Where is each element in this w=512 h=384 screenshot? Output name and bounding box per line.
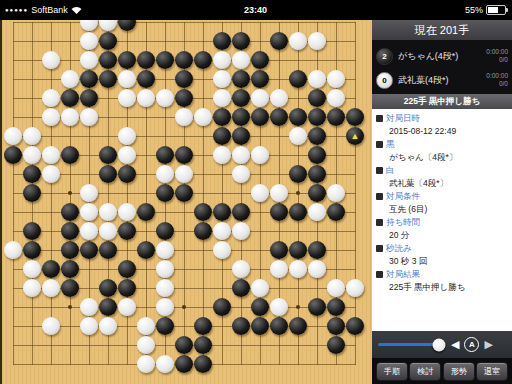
result-bar: 225手 黒中押し勝ち	[372, 94, 512, 109]
detail-row: 白武礼葉〔4段*〕	[376, 164, 512, 190]
detail-value: 互先 (6目)	[389, 203, 512, 216]
black-stone	[175, 336, 193, 354]
detail-label: 対局日時	[386, 113, 420, 125]
black-stone	[232, 127, 250, 145]
detail-value: 2015-08-12 22:49	[389, 125, 512, 138]
black-stone	[194, 203, 212, 221]
white-stone	[156, 279, 174, 297]
white-stone	[251, 279, 269, 297]
black-stone	[289, 70, 307, 88]
detail-label: 白	[386, 165, 395, 177]
black-stone	[346, 317, 364, 335]
battery-icon	[486, 5, 506, 15]
black-stone	[308, 127, 326, 145]
black-stone	[251, 317, 269, 335]
black-stone	[232, 203, 250, 221]
review-button[interactable]: 検討	[409, 362, 441, 381]
stone-bullet-icon	[376, 115, 383, 122]
black-stone	[232, 317, 250, 335]
player-row: 2がちゃん(4段*)0:00:000/0	[372, 44, 512, 68]
detail-row: 秒読み30 秒 3 回	[376, 242, 512, 268]
black-stone	[251, 298, 269, 316]
stone-bullet-icon	[376, 167, 383, 174]
white-stone	[118, 298, 136, 316]
star-point	[68, 191, 72, 195]
white-stone	[232, 51, 250, 69]
white-stone	[327, 70, 345, 88]
black-stone	[194, 355, 212, 373]
black-stone	[251, 51, 269, 69]
black-stone	[80, 89, 98, 107]
black-stone	[99, 146, 117, 164]
black-stone	[270, 108, 288, 126]
white-stone	[99, 222, 117, 240]
detail-label: 秒読み	[386, 243, 412, 255]
white-stone	[23, 260, 41, 278]
black-stone	[213, 298, 231, 316]
black-stone	[175, 146, 193, 164]
go-board[interactable]: ▲	[0, 20, 372, 384]
signal-strength-icon: ●●●●●	[5, 7, 28, 13]
white-stone	[270, 89, 288, 107]
black-stone	[213, 108, 231, 126]
black-stone	[213, 127, 231, 145]
white-stone	[80, 51, 98, 69]
white-stone	[213, 70, 231, 88]
white-stone	[118, 89, 136, 107]
battery-percent: 55%	[465, 5, 483, 15]
black-stone	[99, 70, 117, 88]
game-info-sidebar: 現在 201手 2がちゃん(4段*)0:00:000/00武礼葉(4段*)0:0…	[372, 20, 512, 384]
white-stone	[213, 89, 231, 107]
black-stone	[194, 336, 212, 354]
black-stone	[308, 241, 326, 259]
wifi-icon	[71, 6, 82, 15]
black-stone	[308, 184, 326, 202]
white-stone	[175, 165, 193, 183]
detail-label: 対局条件	[386, 191, 420, 203]
next-move-button[interactable]: ▶	[484, 339, 492, 350]
black-stone	[118, 222, 136, 240]
black-stone	[99, 298, 117, 316]
white-stone	[118, 70, 136, 88]
black-stone	[327, 203, 345, 221]
white-stone	[42, 89, 60, 107]
white-stone	[80, 317, 98, 335]
leave-button[interactable]: 退室	[476, 362, 508, 381]
white-stone-captures-icon: 0	[376, 72, 393, 89]
black-stone	[137, 241, 155, 259]
white-stone	[42, 146, 60, 164]
detail-row: 対局条件互先 (6目)	[376, 190, 512, 216]
white-stone	[156, 298, 174, 316]
white-stone	[327, 89, 345, 107]
black-stone	[194, 222, 212, 240]
black-stone	[175, 355, 193, 373]
white-stone	[42, 279, 60, 297]
white-stone	[61, 108, 79, 126]
move-slider[interactable]	[378, 343, 446, 346]
white-stone	[327, 279, 345, 297]
black-stone	[213, 32, 231, 50]
white-stone	[118, 146, 136, 164]
black-stone	[327, 317, 345, 335]
detail-label: 持ち時間	[386, 217, 420, 229]
black-stone	[308, 298, 326, 316]
black-stone	[99, 241, 117, 259]
white-stone	[42, 165, 60, 183]
black-stone	[99, 279, 117, 297]
star-point	[296, 305, 300, 309]
black-stone	[289, 203, 307, 221]
detail-label: 黒	[386, 139, 395, 151]
detail-row: 持ち時間20 分	[376, 216, 512, 242]
carrier-label: SoftBank	[31, 5, 68, 15]
white-stone	[80, 108, 98, 126]
player-time: 0:00:000/0	[486, 48, 508, 64]
black-stone	[232, 89, 250, 107]
black-stone	[23, 184, 41, 202]
white-stone	[23, 279, 41, 297]
white-stone	[118, 127, 136, 145]
black-stone	[156, 222, 174, 240]
black-stone	[251, 70, 269, 88]
black-stone	[270, 203, 288, 221]
black-stone	[99, 32, 117, 50]
black-stone	[194, 317, 212, 335]
slider-knob[interactable]	[432, 338, 445, 351]
stone-bullet-icon	[376, 193, 383, 200]
white-stone	[232, 222, 250, 240]
black-stone	[289, 241, 307, 259]
white-stone	[156, 260, 174, 278]
black-stone	[156, 146, 174, 164]
players-panel: 2がちゃん(4段*)0:00:000/00武礼葉(4段*)0:00:000/0	[372, 40, 512, 94]
white-stone	[80, 222, 98, 240]
detail-value: がちゃん〔4段*〕	[389, 151, 512, 164]
white-stone	[4, 127, 22, 145]
player-time: 0:00:000/0	[486, 72, 508, 88]
white-stone	[156, 241, 174, 259]
black-stone	[61, 260, 79, 278]
stone-bullet-icon	[376, 271, 383, 278]
star-point	[182, 305, 186, 309]
star-point	[68, 305, 72, 309]
detail-value: 30 秒 3 回	[389, 255, 512, 268]
white-stone	[80, 32, 98, 50]
star-point	[296, 191, 300, 195]
white-stone	[308, 32, 326, 50]
player-name: がちゃん(4段*)	[398, 50, 486, 63]
white-stone	[80, 298, 98, 316]
white-stone	[99, 203, 117, 221]
white-stone	[80, 203, 98, 221]
black-stone	[61, 203, 79, 221]
stone-bullet-icon	[376, 141, 383, 148]
player-name: 武礼葉(4段*)	[398, 74, 486, 87]
game-detail-list: 対局日時2015-08-12 22:49黒がちゃん〔4段*〕白武礼葉〔4段*〕対…	[372, 109, 512, 331]
white-stone	[137, 89, 155, 107]
white-stone	[61, 70, 79, 88]
white-stone	[213, 241, 231, 259]
detail-value: 武礼葉〔4段*〕	[389, 177, 512, 190]
black-stone	[156, 317, 174, 335]
white-stone	[251, 146, 269, 164]
white-stone	[251, 89, 269, 107]
white-stone	[346, 279, 364, 297]
black-stone	[99, 51, 117, 69]
white-stone	[213, 222, 231, 240]
white-stone	[327, 184, 345, 202]
white-stone	[23, 146, 41, 164]
black-stone	[213, 203, 231, 221]
white-stone	[4, 241, 22, 259]
black-stone	[232, 70, 250, 88]
white-stone	[99, 317, 117, 335]
black-stone	[308, 108, 326, 126]
detail-row: 対局結果225手 黒中押し勝ち	[376, 268, 512, 294]
black-stone	[175, 51, 193, 69]
black-stone	[137, 203, 155, 221]
white-stone	[270, 184, 288, 202]
detail-row: 対局日時2015-08-12 22:49	[376, 112, 512, 138]
black-stone	[42, 260, 60, 278]
white-stone	[137, 355, 155, 373]
black-stone	[61, 279, 79, 297]
moves-button[interactable]: 手順	[376, 362, 408, 381]
white-stone	[270, 298, 288, 316]
white-stone	[289, 32, 307, 50]
evaluation-button[interactable]: 形勢	[443, 362, 475, 381]
black-stone	[80, 70, 98, 88]
black-stone	[99, 165, 117, 183]
black-stone	[232, 108, 250, 126]
black-stone	[175, 89, 193, 107]
white-stone	[289, 260, 307, 278]
black-stone	[232, 279, 250, 297]
black-stone	[289, 317, 307, 335]
black-stone	[251, 108, 269, 126]
black-stone	[232, 32, 250, 50]
black-stone	[61, 222, 79, 240]
player-row: 0武礼葉(4段*)0:00:000/0	[372, 68, 512, 92]
black-stone	[156, 51, 174, 69]
action-button-row: 手順検討形勢退室	[372, 358, 512, 384]
black-stone	[4, 146, 22, 164]
stone-bullet-icon	[376, 245, 383, 252]
white-stone	[42, 108, 60, 126]
black-stone	[270, 317, 288, 335]
black-stone	[327, 298, 345, 316]
white-stone	[42, 317, 60, 335]
white-stone	[194, 108, 212, 126]
black-stone	[118, 51, 136, 69]
white-stone	[156, 355, 174, 373]
black-stone	[156, 184, 174, 202]
white-stone	[23, 127, 41, 145]
playback-controls: ◀ A ▶	[372, 331, 512, 358]
black-stone	[175, 70, 193, 88]
white-stone	[118, 203, 136, 221]
white-stone	[308, 203, 326, 221]
black-stone	[118, 260, 136, 278]
black-stone	[270, 241, 288, 259]
black-stone	[118, 279, 136, 297]
black-stone	[137, 70, 155, 88]
black-stone	[80, 241, 98, 259]
black-stone	[327, 336, 345, 354]
clock: 23:40	[165, 5, 346, 15]
black-stone	[289, 165, 307, 183]
status-bar: ●●●●● SoftBank 23:40 55%	[0, 0, 512, 20]
black-stone	[308, 89, 326, 107]
white-stone	[213, 146, 231, 164]
last-move-marker: ▲	[351, 131, 360, 141]
white-stone	[137, 317, 155, 335]
white-stone	[232, 146, 250, 164]
white-stone	[42, 51, 60, 69]
black-stone	[137, 51, 155, 69]
detail-row: 黒がちゃん〔4段*〕	[376, 138, 512, 164]
white-stone	[232, 165, 250, 183]
black-stone-captures-icon: 2	[376, 48, 393, 65]
autoplay-button[interactable]: A	[464, 337, 479, 352]
white-stone	[270, 260, 288, 278]
detail-value: 20 分	[389, 229, 512, 242]
black-stone	[175, 184, 193, 202]
black-stone	[194, 51, 212, 69]
white-stone	[175, 108, 193, 126]
white-stone	[137, 336, 155, 354]
black-stone	[327, 108, 345, 126]
black-stone	[61, 241, 79, 259]
white-stone	[156, 165, 174, 183]
detail-value: 225手 黒中押し勝ち	[389, 281, 512, 294]
black-stone	[23, 222, 41, 240]
white-stone	[213, 51, 231, 69]
black-stone	[23, 165, 41, 183]
detail-label: 対局結果	[386, 269, 420, 281]
stone-bullet-icon	[376, 219, 383, 226]
prev-move-button[interactable]: ◀	[451, 339, 459, 350]
white-stone	[308, 70, 326, 88]
black-stone	[61, 89, 79, 107]
black-stone	[23, 241, 41, 259]
white-stone	[80, 184, 98, 202]
white-stone	[289, 127, 307, 145]
black-stone	[308, 146, 326, 164]
black-stone	[61, 146, 79, 164]
black-stone	[118, 165, 136, 183]
black-stone	[289, 108, 307, 126]
white-stone	[308, 260, 326, 278]
white-stone	[232, 260, 250, 278]
black-stone	[308, 165, 326, 183]
white-stone	[156, 89, 174, 107]
black-stone	[270, 32, 288, 50]
current-move-header: 現在 201手	[372, 20, 512, 40]
white-stone	[251, 184, 269, 202]
black-stone	[346, 108, 364, 126]
